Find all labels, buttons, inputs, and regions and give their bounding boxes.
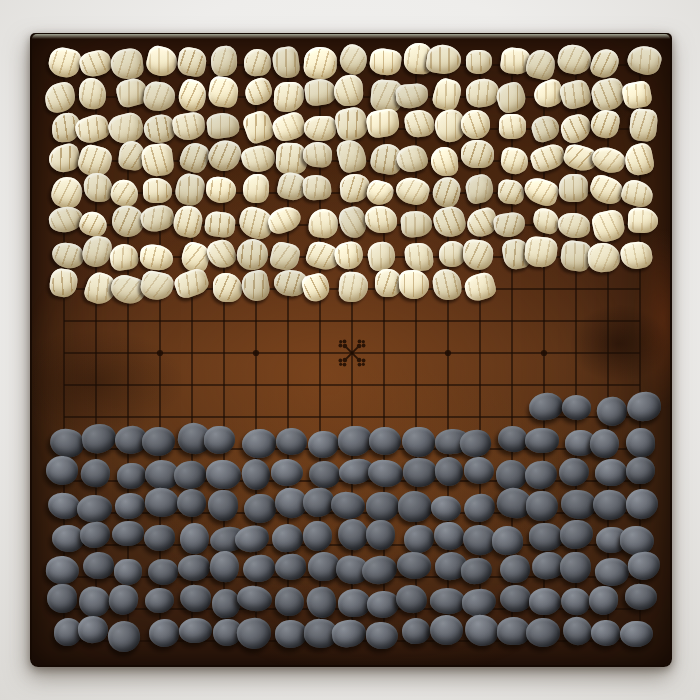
black-stone[interactable] — [142, 427, 176, 456]
white-stone[interactable] — [213, 273, 242, 302]
black-stone[interactable] — [559, 518, 595, 549]
white-stone[interactable] — [172, 266, 211, 300]
white-stone[interactable] — [204, 176, 236, 205]
white-stone[interactable] — [335, 137, 368, 174]
white-stone[interactable] — [364, 178, 395, 208]
black-stone[interactable] — [337, 426, 372, 457]
black-stone[interactable] — [401, 617, 431, 645]
white-stone[interactable] — [83, 172, 113, 203]
black-stone[interactable] — [204, 425, 237, 455]
photo-background — [0, 0, 700, 700]
white-stone[interactable] — [619, 240, 654, 272]
white-stone[interactable] — [499, 147, 529, 176]
white-stone[interactable] — [302, 174, 331, 201]
black-stone[interactable] — [625, 456, 656, 485]
white-stone[interactable] — [403, 108, 436, 139]
white-stone[interactable] — [142, 80, 176, 112]
white-stone[interactable] — [587, 242, 620, 273]
black-stone[interactable] — [428, 586, 466, 615]
black-stone[interactable] — [589, 618, 621, 647]
white-stone[interactable] — [268, 240, 301, 273]
black-stone[interactable] — [76, 614, 110, 646]
black-stone[interactable] — [366, 589, 400, 619]
white-stone[interactable] — [303, 46, 338, 80]
white-stone[interactable] — [463, 173, 495, 206]
black-stone[interactable] — [594, 394, 629, 428]
go-board[interactable] — [30, 33, 672, 667]
white-stone[interactable] — [72, 111, 112, 147]
black-stone[interactable] — [113, 559, 142, 585]
black-stone[interactable] — [460, 556, 493, 586]
white-stone[interactable] — [430, 75, 464, 112]
black-stone[interactable] — [397, 490, 433, 523]
black-stone[interactable] — [241, 552, 277, 583]
black-stone[interactable] — [559, 550, 593, 583]
black-stone[interactable] — [76, 584, 113, 620]
black-stone[interactable] — [395, 584, 428, 615]
black-stone[interactable] — [270, 457, 304, 486]
black-stone[interactable] — [366, 492, 399, 521]
black-stone[interactable] — [274, 585, 305, 616]
white-stone[interactable] — [375, 269, 402, 298]
black-stone[interactable] — [79, 457, 112, 489]
black-stone[interactable] — [529, 588, 561, 615]
black-stone[interactable] — [619, 525, 654, 554]
white-stone[interactable] — [464, 77, 500, 109]
black-stone[interactable] — [402, 457, 438, 489]
white-stone[interactable] — [365, 206, 397, 234]
black-stone[interactable] — [366, 458, 404, 490]
white-stone[interactable] — [144, 43, 180, 78]
white-stone[interactable] — [240, 269, 272, 304]
black-stone[interactable] — [620, 620, 654, 647]
white-stone[interactable] — [336, 41, 371, 77]
black-stone[interactable] — [492, 525, 525, 556]
black-stone[interactable] — [210, 588, 241, 620]
white-stone[interactable] — [395, 83, 429, 110]
black-stone[interactable] — [243, 493, 277, 524]
black-stone[interactable] — [561, 615, 594, 647]
white-stone[interactable] — [333, 74, 364, 107]
white-stone[interactable] — [365, 239, 398, 272]
white-stone[interactable] — [50, 240, 87, 271]
black-stone[interactable] — [365, 519, 395, 550]
black-stone[interactable] — [275, 426, 308, 456]
white-stone[interactable] — [589, 143, 628, 177]
white-stone[interactable] — [558, 213, 590, 238]
black-stone[interactable] — [235, 583, 274, 614]
white-stone[interactable] — [304, 116, 336, 142]
black-stone[interactable] — [595, 459, 628, 486]
white-stone[interactable] — [589, 76, 627, 114]
white-stone[interactable] — [498, 114, 526, 140]
black-stone[interactable] — [498, 553, 531, 585]
white-stone[interactable] — [333, 239, 367, 272]
black-stone[interactable] — [206, 460, 241, 490]
white-stone[interactable] — [393, 142, 429, 176]
black-stone[interactable] — [526, 491, 558, 521]
black-stone[interactable] — [105, 618, 143, 654]
black-stone[interactable] — [107, 583, 140, 617]
black-stone[interactable] — [179, 618, 213, 644]
black-stone[interactable] — [524, 428, 558, 454]
black-stone[interactable] — [46, 492, 80, 521]
white-stone[interactable] — [524, 47, 557, 81]
white-stone[interactable] — [628, 208, 659, 234]
white-stone[interactable] — [493, 79, 529, 115]
white-stone[interactable] — [241, 75, 275, 108]
stones-layer — [32, 35, 670, 665]
black-stone[interactable] — [146, 556, 180, 587]
black-stone[interactable] — [366, 621, 399, 649]
black-stone[interactable] — [462, 492, 497, 524]
black-stone[interactable] — [527, 391, 564, 423]
white-stone[interactable] — [589, 107, 622, 140]
white-stone[interactable] — [521, 175, 561, 209]
black-stone[interactable] — [587, 427, 620, 460]
black-stone[interactable] — [208, 549, 242, 584]
black-stone[interactable] — [274, 553, 308, 582]
white-stone[interactable] — [210, 45, 238, 76]
white-stone[interactable] — [588, 45, 622, 80]
black-stone[interactable] — [403, 524, 435, 554]
black-stone[interactable] — [625, 390, 663, 424]
black-stone[interactable] — [270, 522, 304, 554]
black-stone[interactable] — [44, 554, 79, 585]
white-stone[interactable] — [628, 108, 657, 142]
white-stone[interactable] — [80, 234, 113, 270]
black-stone[interactable] — [588, 585, 620, 617]
white-stone[interactable] — [173, 172, 208, 209]
black-stone[interactable] — [239, 457, 272, 492]
white-stone[interactable] — [139, 243, 174, 271]
black-stone[interactable] — [207, 489, 239, 522]
black-stone[interactable] — [330, 490, 367, 521]
black-stone[interactable] — [143, 587, 175, 615]
black-stone[interactable] — [463, 455, 495, 485]
black-stone[interactable] — [241, 429, 276, 459]
black-stone[interactable] — [463, 613, 500, 647]
black-stone[interactable] — [302, 486, 335, 517]
black-stone[interactable] — [143, 486, 179, 518]
white-stone[interactable] — [461, 140, 494, 169]
black-stone[interactable] — [529, 523, 563, 551]
white-stone[interactable] — [559, 173, 588, 202]
white-stone[interactable] — [207, 75, 239, 108]
white-stone[interactable] — [172, 111, 208, 142]
black-stone[interactable] — [431, 495, 462, 521]
white-stone[interactable] — [431, 204, 468, 240]
white-stone[interactable] — [139, 269, 176, 303]
black-stone[interactable] — [48, 426, 86, 460]
black-stone[interactable] — [304, 584, 338, 619]
white-stone[interactable] — [558, 77, 593, 111]
black-stone[interactable] — [499, 584, 532, 613]
black-stone[interactable] — [45, 454, 80, 486]
white-stone[interactable] — [556, 42, 593, 76]
white-stone[interactable] — [462, 239, 495, 271]
white-stone[interactable] — [141, 142, 176, 177]
white-stone[interactable] — [404, 242, 434, 272]
black-stone[interactable] — [114, 492, 147, 521]
black-stone[interactable] — [434, 456, 464, 487]
white-stone[interactable] — [365, 107, 401, 139]
black-stone[interactable] — [495, 459, 528, 491]
black-stone[interactable] — [81, 550, 116, 581]
white-stone[interactable] — [109, 47, 145, 81]
white-stone[interactable] — [529, 112, 563, 145]
white-stone[interactable] — [557, 111, 594, 146]
white-stone[interactable] — [204, 236, 239, 271]
black-stone[interactable] — [428, 613, 466, 649]
black-stone[interactable] — [143, 524, 176, 552]
white-stone[interactable] — [43, 80, 78, 114]
black-stone[interactable] — [274, 620, 307, 649]
white-stone[interactable] — [243, 48, 272, 77]
black-stone[interactable] — [76, 493, 113, 523]
white-stone[interactable] — [400, 210, 434, 239]
black-stone[interactable] — [461, 588, 497, 618]
white-stone[interactable] — [141, 112, 178, 146]
white-stone[interactable] — [265, 204, 304, 237]
white-stone[interactable] — [622, 141, 655, 176]
white-stone[interactable] — [590, 208, 626, 243]
black-stone[interactable] — [433, 520, 465, 550]
black-stone[interactable] — [179, 523, 209, 555]
white-stone[interactable] — [300, 271, 332, 303]
white-stone[interactable] — [492, 211, 525, 239]
white-stone[interactable] — [271, 45, 301, 79]
black-stone[interactable] — [394, 549, 432, 581]
white-stone[interactable] — [46, 45, 83, 80]
black-stone[interactable] — [117, 462, 146, 489]
white-stone[interactable] — [109, 177, 141, 208]
white-stone[interactable] — [333, 105, 369, 142]
black-stone[interactable] — [369, 427, 402, 456]
white-stone[interactable] — [466, 50, 493, 75]
black-stone[interactable] — [307, 430, 340, 460]
white-stone[interactable] — [430, 174, 464, 210]
white-stone[interactable] — [462, 271, 498, 304]
black-stone[interactable] — [302, 521, 332, 551]
white-stone[interactable] — [307, 207, 339, 239]
white-stone[interactable] — [235, 237, 270, 272]
black-stone[interactable] — [361, 553, 400, 586]
white-stone[interactable] — [77, 47, 113, 79]
white-stone[interactable] — [205, 136, 244, 175]
white-stone[interactable] — [399, 270, 430, 300]
white-stone[interactable] — [170, 204, 204, 241]
black-stone[interactable] — [171, 458, 208, 491]
black-stone[interactable] — [175, 487, 207, 519]
white-stone[interactable] — [528, 141, 567, 174]
white-stone[interactable] — [176, 46, 208, 78]
black-stone[interactable] — [336, 518, 370, 552]
black-stone[interactable] — [558, 457, 591, 488]
black-stone[interactable] — [624, 487, 660, 521]
black-stone[interactable] — [522, 458, 559, 491]
white-stone[interactable] — [175, 76, 210, 114]
black-stone[interactable] — [591, 488, 629, 522]
white-stone[interactable] — [177, 139, 213, 176]
white-stone[interactable] — [108, 242, 139, 272]
white-stone[interactable] — [524, 236, 559, 269]
white-stone[interactable] — [270, 109, 309, 144]
white-stone[interactable] — [624, 41, 664, 77]
white-stone[interactable] — [273, 82, 304, 113]
black-stone[interactable] — [559, 585, 592, 617]
white-stone[interactable] — [460, 109, 492, 141]
white-stone[interactable] — [431, 267, 463, 301]
black-stone[interactable] — [112, 521, 145, 547]
black-stone[interactable] — [627, 550, 661, 581]
white-stone[interactable] — [138, 203, 176, 235]
white-stone[interactable] — [239, 142, 277, 175]
white-stone[interactable] — [587, 172, 627, 208]
black-stone[interactable] — [624, 583, 658, 612]
black-stone[interactable] — [526, 617, 562, 648]
black-stone[interactable] — [80, 421, 119, 455]
black-stone[interactable] — [235, 615, 273, 650]
black-stone[interactable] — [593, 557, 629, 588]
black-stone[interactable] — [177, 553, 211, 582]
white-stone[interactable] — [425, 42, 463, 75]
black-stone[interactable] — [625, 427, 656, 458]
white-stone[interactable] — [394, 174, 433, 207]
white-stone[interactable] — [338, 271, 369, 303]
white-stone[interactable] — [206, 111, 241, 140]
black-stone[interactable] — [79, 521, 111, 550]
black-stone[interactable] — [148, 619, 179, 648]
black-stone[interactable] — [178, 583, 212, 613]
white-stone[interactable] — [368, 47, 403, 77]
black-stone[interactable] — [560, 489, 597, 521]
white-stone[interactable] — [431, 146, 459, 176]
black-stone[interactable] — [401, 426, 435, 457]
white-stone[interactable] — [619, 177, 656, 210]
black-stone[interactable] — [308, 460, 341, 489]
white-stone[interactable] — [242, 174, 269, 204]
black-stone[interactable] — [330, 617, 367, 649]
white-stone[interactable] — [621, 80, 653, 111]
white-stone[interactable] — [497, 179, 525, 205]
white-stone[interactable] — [204, 210, 237, 239]
black-stone[interactable] — [47, 584, 79, 614]
white-stone[interactable] — [47, 204, 84, 234]
white-stone[interactable] — [303, 77, 338, 107]
white-stone[interactable] — [47, 267, 79, 299]
white-stone[interactable] — [143, 178, 173, 204]
white-stone[interactable] — [78, 77, 107, 110]
black-stone[interactable] — [559, 392, 593, 423]
